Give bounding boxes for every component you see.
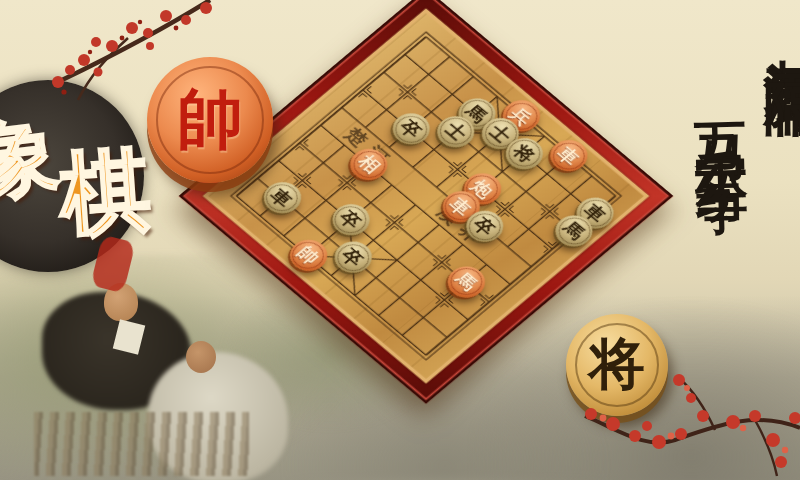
logo-char-qi: 棋 <box>57 143 153 239</box>
plum-blossom-branch-bottom-right <box>555 368 800 480</box>
painted-rock-table <box>34 412 249 476</box>
scene: 象 棋 楚河漢界 兵車馬士将車士馬卒炮車卒相馬卒車卒帥 帥 将 楚河汉界相隔 <box>0 0 800 480</box>
calligraphy-right-column: 楚河汉界相隔 <box>764 12 800 42</box>
plum-blossom-branch-top-left <box>0 0 280 112</box>
svg-text:楚: 楚 <box>339 123 373 151</box>
painted-figure-head-2 <box>186 341 216 373</box>
logo-char-xiang: 象 <box>0 111 63 205</box>
calligraphy-left-column: 万马千军纷争 <box>693 81 747 154</box>
